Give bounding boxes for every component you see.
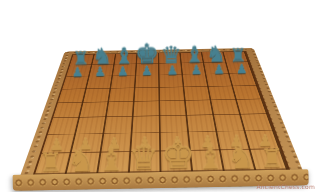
- white-knight: ♞: [67, 146, 96, 175]
- square-d1[interactable]: ♛: [127, 150, 161, 173]
- board-tilt-wrapper: ♜♞♝♚♛♝♞♜♟♟♟♟♟♟♟♟♟♟♟♟♟♟♟♟♜♞♝♛♚♝♞♜: [0, 0, 320, 192]
- square-g1[interactable]: ♞: [222, 148, 257, 171]
- square-b4[interactable]: [79, 102, 107, 117]
- white-queen: ♛: [129, 143, 159, 174]
- square-b7[interactable]: ♟: [89, 65, 113, 77]
- white-rook: ♜: [39, 151, 63, 175]
- square-d7[interactable]: ♟: [134, 65, 159, 77]
- watermark-text: AncientChess.com: [256, 183, 315, 190]
- white-knight: ♞: [227, 142, 256, 171]
- square-g6[interactable]: [208, 74, 234, 87]
- square-h4[interactable]: [238, 99, 268, 114]
- square-d3[interactable]: [130, 116, 161, 133]
- square-d4[interactable]: [131, 101, 160, 116]
- black-pawn: ♟: [190, 64, 202, 76]
- square-f5[interactable]: [186, 87, 212, 101]
- square-b6[interactable]: [86, 77, 112, 90]
- square-c6[interactable]: [110, 76, 135, 89]
- white-bishop: ♝: [196, 143, 225, 172]
- square-h6[interactable]: [231, 74, 258, 87]
- black-pawn: ♟: [166, 64, 178, 76]
- square-a4[interactable]: [53, 103, 83, 118]
- square-e7[interactable]: ♟: [159, 64, 185, 76]
- square-f1[interactable]: ♝: [193, 149, 226, 172]
- square-c3[interactable]: [103, 116, 132, 133]
- black-pawn: ♟: [117, 65, 129, 77]
- white-rook: ♜: [260, 147, 284, 171]
- black-pawn: ♟: [213, 64, 225, 76]
- square-e3[interactable]: [160, 115, 191, 132]
- square-g7[interactable]: ♟: [206, 63, 231, 75]
- black-pawn: ♟: [94, 66, 106, 78]
- square-e5[interactable]: [160, 87, 188, 101]
- square-a3[interactable]: [48, 117, 79, 134]
- black-pawn: ♟: [141, 65, 153, 77]
- square-a6[interactable]: [62, 77, 89, 90]
- square-e1[interactable]: ♚: [161, 149, 196, 172]
- square-f6[interactable]: [185, 75, 210, 88]
- chess-set-photo: ♜♞♝♚♛♝♞♜♟♟♟♟♟♟♟♟♟♟♟♟♟♟♟♟♜♞♝♛♚♝♞♜ Ancient…: [0, 0, 320, 192]
- square-f7[interactable]: ♟: [184, 64, 208, 76]
- square-c1[interactable]: ♝: [96, 151, 128, 174]
- square-c5[interactable]: [107, 88, 133, 102]
- white-king: ♚: [161, 138, 196, 174]
- black-pawn: ♟: [72, 66, 84, 78]
- square-c4[interactable]: [105, 102, 132, 117]
- square-a5[interactable]: [58, 89, 86, 103]
- square-a1[interactable]: ♜: [35, 152, 71, 175]
- black-pawn: ♟: [236, 63, 248, 75]
- white-bishop: ♝: [97, 145, 126, 174]
- square-h3[interactable]: [242, 114, 274, 131]
- square-h5[interactable]: [234, 86, 263, 100]
- chess-board: ♜♞♝♚♛♝♞♜♟♟♟♟♟♟♟♟♟♟♟♟♟♟♟♟♜♞♝♛♚♝♞♜: [33, 51, 291, 176]
- square-f4[interactable]: [188, 100, 216, 115]
- square-h7[interactable]: ♟: [227, 63, 253, 75]
- square-d5[interactable]: [132, 88, 160, 102]
- square-b3[interactable]: [75, 117, 105, 134]
- square-f3[interactable]: [190, 115, 219, 132]
- square-e6[interactable]: [160, 75, 187, 88]
- square-a7[interactable]: ♟: [66, 66, 91, 78]
- square-h1[interactable]: ♜: [251, 148, 288, 171]
- square-e4[interactable]: [160, 101, 189, 116]
- square-b5[interactable]: [83, 89, 110, 103]
- square-c7[interactable]: ♟: [111, 65, 135, 77]
- square-d6[interactable]: [133, 76, 160, 89]
- square-b1[interactable]: ♞: [66, 151, 100, 174]
